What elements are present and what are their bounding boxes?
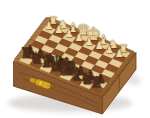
travel-chess-set: ♜♞♝♛♚♝♞♜♟♟♟♟♟♟♟♟♟♟♟♟♟♟♟♟♜♞♝♛♚♝♞♜ [0,0,150,118]
